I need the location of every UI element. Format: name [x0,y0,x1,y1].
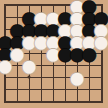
black-stone[interactable]: ● [83,47,96,60]
white-stone[interactable]: ● [23,59,36,72]
white-stone[interactable]: ● [71,71,84,84]
white-stone[interactable]: ● [0,59,12,72]
stones-layer: ●●●●●●●●●●●●●●●●●●●●●●●●●●●●●●●●●●● [5,5,102,102]
go-board[interactable]: ●●●●●●●●●●●●●●●●●●●●●●●●●●●●●●●●●●● [0,0,108,108]
